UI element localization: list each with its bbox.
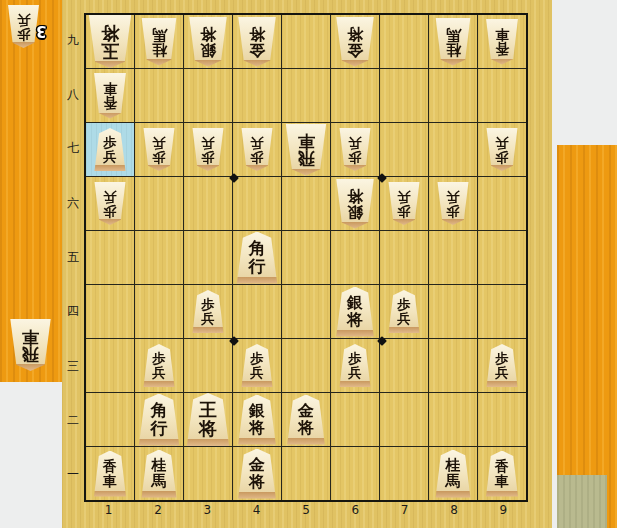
piece-bishop-bottom-player[interactable]: 角行 <box>236 232 279 284</box>
piece-pawn-bottom-player[interactable]: 歩兵 <box>339 344 372 387</box>
piece-kanji: 歩兵 <box>397 190 411 218</box>
square-7-九[interactable] <box>380 15 428 68</box>
piece-gold-bottom-player[interactable]: 金将 <box>237 449 277 499</box>
square-9-一[interactable]: 香車 <box>478 447 526 500</box>
square-4-七[interactable]: 歩兵 <box>233 123 281 176</box>
square-8-七[interactable] <box>429 123 477 176</box>
square-6-七[interactable]: 歩兵 <box>331 123 379 176</box>
piece-knight-bottom-player[interactable]: 桂馬 <box>141 450 178 498</box>
piece-kanji: 歩兵 <box>17 13 31 41</box>
square-1-九[interactable]: 玉将 <box>86 15 134 68</box>
rank-label: 三 <box>62 339 84 393</box>
komadai-top-player: 歩兵3飛車 <box>0 0 62 382</box>
square-1-一[interactable]: 香車 <box>86 447 134 500</box>
square-3-一[interactable] <box>184 447 232 500</box>
square-5-九[interactable] <box>282 15 330 68</box>
rank-label: 二 <box>62 393 84 447</box>
file-label: 2 <box>133 503 182 525</box>
square-5-二[interactable]: 金将 <box>282 393 330 446</box>
square-7-三[interactable] <box>380 339 428 392</box>
piece-pawn-bottom-player[interactable]: 歩兵 <box>241 344 274 387</box>
piece-kanji: 金将 <box>249 457 265 490</box>
square-8-六[interactable]: 歩兵 <box>429 177 477 230</box>
square-6-二[interactable] <box>331 393 379 446</box>
square-3-六[interactable] <box>184 177 232 230</box>
square-8-九[interactable]: 桂馬 <box>429 15 477 68</box>
square-2-六[interactable] <box>135 177 183 230</box>
file-label: 5 <box>281 503 330 525</box>
square-8-二[interactable] <box>429 393 477 446</box>
right-panel-bottom-square <box>557 475 607 528</box>
rank-label: 九 <box>62 13 84 67</box>
piece-kanji: 歩兵 <box>495 352 509 380</box>
square-4-八[interactable] <box>233 69 281 122</box>
square-2-五[interactable] <box>135 231 183 284</box>
square-8-五[interactable] <box>429 231 477 284</box>
square-9-二[interactable] <box>478 393 526 446</box>
square-6-八[interactable] <box>331 69 379 122</box>
square-7-七[interactable] <box>380 123 428 176</box>
square-4-九[interactable]: 金将 <box>233 15 281 68</box>
square-5-五[interactable] <box>282 231 330 284</box>
square-7-二[interactable] <box>380 393 428 446</box>
rank-label: 四 <box>62 285 84 339</box>
square-4-五[interactable]: 角行 <box>233 231 281 284</box>
square-3-三[interactable] <box>184 339 232 392</box>
piece-kanji: 飛車 <box>22 328 39 363</box>
piece-kanji: 角行 <box>249 240 266 275</box>
piece-pawn-top-player[interactable]: 歩兵 <box>94 182 127 225</box>
piece-kanji: 玉将 <box>101 23 119 60</box>
piece-rook-top-player-hand[interactable]: 飛車 <box>9 319 52 371</box>
rank-label: 八 <box>62 67 84 121</box>
square-4-一[interactable]: 金将 <box>233 447 281 500</box>
file-labels: 123456789 <box>84 503 528 525</box>
square-6-六[interactable]: 銀将 <box>331 177 379 230</box>
square-2-九[interactable]: 桂馬 <box>135 15 183 68</box>
square-9-六[interactable] <box>478 177 526 230</box>
piece-pawn-top-player[interactable]: 歩兵 <box>437 182 470 225</box>
square-3-二[interactable]: 王将 <box>184 393 232 446</box>
piece-pawn-top-player[interactable]: 歩兵 <box>192 128 225 171</box>
piece-bishop-bottom-player[interactable]: 角行 <box>138 394 181 446</box>
square-5-八[interactable] <box>282 69 330 122</box>
square-3-五[interactable] <box>184 231 232 284</box>
square-7-四[interactable]: 歩兵 <box>380 285 428 338</box>
piece-rook-top-player[interactable]: 飛車 <box>285 124 328 176</box>
square-5-七[interactable]: 飛車 <box>282 123 330 176</box>
piece-gold-bottom-player[interactable]: 金将 <box>286 395 326 445</box>
piece-silver-bottom-player[interactable]: 銀将 <box>237 395 277 445</box>
piece-kanji: 桂馬 <box>152 458 167 489</box>
square-4-六[interactable] <box>233 177 281 230</box>
piece-kanji: 銀将 <box>200 25 216 58</box>
square-4-二[interactable]: 銀将 <box>233 393 281 446</box>
board-panel: 九八七六五四三二一 玉将桂馬銀将金将金将桂馬香車香車歩兵歩兵歩兵歩兵飛車歩兵歩兵… <box>62 0 552 528</box>
square-3-八[interactable] <box>184 69 232 122</box>
piece-lance-top-player[interactable]: 香車 <box>485 19 519 65</box>
piece-king-bottom-player[interactable]: 王将 <box>186 393 231 446</box>
piece-kanji: 歩兵 <box>152 136 166 164</box>
piece-kanji: 歩兵 <box>250 136 264 164</box>
square-6-五[interactable] <box>331 231 379 284</box>
file-label: 7 <box>380 503 429 525</box>
piece-kanji: 香車 <box>495 459 509 488</box>
square-7-六[interactable]: 歩兵 <box>380 177 428 230</box>
square-5-三[interactable] <box>282 339 330 392</box>
piece-kanji: 香車 <box>103 459 117 488</box>
captured-piece-count: 3 <box>36 22 46 40</box>
piece-pawn-bottom-player[interactable]: 歩兵 <box>486 344 519 387</box>
rank-label: 六 <box>62 176 84 230</box>
square-1-八[interactable]: 香車 <box>86 69 134 122</box>
square-9-三[interactable]: 歩兵 <box>478 339 526 392</box>
square-9-五[interactable] <box>478 231 526 284</box>
piece-kanji: 歩兵 <box>446 190 460 218</box>
shogi-app: 歩兵3飛車 九八七六五四三二一 玉将桂馬銀将金将金将桂馬香車香車歩兵歩兵歩兵歩兵… <box>0 0 617 528</box>
square-6-一[interactable] <box>331 447 379 500</box>
square-2-四[interactable] <box>135 285 183 338</box>
square-3-七[interactable]: 歩兵 <box>184 123 232 176</box>
square-2-八[interactable] <box>135 69 183 122</box>
piece-kanji: 歩兵 <box>348 352 362 380</box>
piece-gold-top-player[interactable]: 金将 <box>335 17 375 67</box>
piece-kanji: 歩兵 <box>103 190 117 218</box>
piece-kanji: 香車 <box>103 81 117 110</box>
rank-label: 七 <box>62 122 84 176</box>
square-9-七[interactable]: 歩兵 <box>478 123 526 176</box>
square-2-三[interactable]: 歩兵 <box>135 339 183 392</box>
square-6-九[interactable]: 金将 <box>331 15 379 68</box>
piece-pawn-bottom-player[interactable]: 歩兵 <box>388 290 421 333</box>
piece-kanji: 歩兵 <box>397 298 411 326</box>
piece-pawn-top-player[interactable]: 歩兵 <box>339 128 372 171</box>
piece-kanji: 歩兵 <box>103 136 117 164</box>
square-2-一[interactable]: 桂馬 <box>135 447 183 500</box>
piece-pawn-top-player[interactable]: 歩兵 <box>241 128 274 171</box>
piece-lance-bottom-player[interactable]: 香車 <box>485 451 519 497</box>
piece-kanji: 歩兵 <box>495 136 509 164</box>
square-3-四[interactable]: 歩兵 <box>184 285 232 338</box>
piece-kanji: 銀将 <box>249 403 265 436</box>
file-label: 3 <box>183 503 232 525</box>
square-7-五[interactable] <box>380 231 428 284</box>
piece-kanji: 銀将 <box>347 187 363 220</box>
komadai-bottom-player <box>557 145 617 528</box>
piece-kanji: 金将 <box>298 403 314 436</box>
piece-pawn-top-player[interactable]: 歩兵 <box>388 182 421 225</box>
square-6-三[interactable]: 歩兵 <box>331 339 379 392</box>
square-5-一[interactable] <box>282 447 330 500</box>
square-9-八[interactable] <box>478 69 526 122</box>
square-2-二[interactable]: 角行 <box>135 393 183 446</box>
square-8-八[interactable] <box>429 69 477 122</box>
square-1-三[interactable] <box>86 339 134 392</box>
piece-kanji: 桂馬 <box>446 458 461 489</box>
piece-pawn-bottom-player[interactable]: 歩兵 <box>143 344 176 387</box>
piece-lance-bottom-player[interactable]: 香車 <box>93 451 127 497</box>
piece-silver-bottom-player[interactable]: 銀将 <box>335 287 375 337</box>
square-5-六[interactable] <box>282 177 330 230</box>
piece-kanji: 歩兵 <box>348 136 362 164</box>
square-1-六[interactable]: 歩兵 <box>86 177 134 230</box>
piece-kanji: 飛車 <box>298 132 315 167</box>
piece-pawn-top-player[interactable]: 歩兵 <box>143 128 176 171</box>
rank-label: 五 <box>62 230 84 284</box>
piece-kanji: 桂馬 <box>446 26 461 57</box>
piece-kanji: 歩兵 <box>152 352 166 380</box>
square-4-三[interactable]: 歩兵 <box>233 339 281 392</box>
piece-pawn-bottom-player[interactable]: 歩兵 <box>94 128 127 171</box>
board-frame: 玉将桂馬銀将金将金将桂馬香車香車歩兵歩兵歩兵歩兵飛車歩兵歩兵歩兵銀将歩兵歩兵角行… <box>84 13 528 502</box>
square-1-四[interactable] <box>86 285 134 338</box>
square-5-四[interactable] <box>282 285 330 338</box>
piece-kanji: 桂馬 <box>152 26 167 57</box>
rank-label: 一 <box>62 448 84 502</box>
piece-kanji: 金将 <box>249 25 265 58</box>
file-label: 9 <box>479 503 528 525</box>
piece-lance-top-player[interactable]: 香車 <box>93 73 127 119</box>
piece-knight-top-player[interactable]: 桂馬 <box>141 18 178 66</box>
piece-silver-top-player[interactable]: 銀将 <box>188 17 228 67</box>
square-3-九[interactable]: 銀将 <box>184 15 232 68</box>
piece-knight-top-player[interactable]: 桂馬 <box>435 18 472 66</box>
piece-kanji: 角行 <box>151 402 168 437</box>
square-1-七[interactable]: 歩兵 <box>86 123 134 176</box>
piece-gold-top-player[interactable]: 金将 <box>237 17 277 67</box>
square-1-二[interactable] <box>86 393 134 446</box>
piece-pawn-bottom-player[interactable]: 歩兵 <box>192 290 225 333</box>
file-label: 6 <box>331 503 380 525</box>
file-label: 4 <box>232 503 281 525</box>
piece-kanji: 歩兵 <box>250 352 264 380</box>
file-label: 8 <box>429 503 478 525</box>
file-label: 1 <box>84 503 133 525</box>
square-8-四[interactable] <box>429 285 477 338</box>
square-7-一[interactable] <box>380 447 428 500</box>
piece-kanji: 歩兵 <box>201 298 215 326</box>
piece-knight-bottom-player[interactable]: 桂馬 <box>435 450 472 498</box>
square-4-四[interactable] <box>233 285 281 338</box>
square-8-三[interactable] <box>429 339 477 392</box>
square-9-九[interactable]: 香車 <box>478 15 526 68</box>
piece-kanji: 香車 <box>495 27 509 56</box>
rank-labels: 九八七六五四三二一 <box>62 13 84 502</box>
shogi-board: 玉将桂馬銀将金将金将桂馬香車香車歩兵歩兵歩兵歩兵飛車歩兵歩兵歩兵銀将歩兵歩兵角行… <box>86 15 526 500</box>
piece-kanji: 銀将 <box>347 295 363 328</box>
piece-pawn-top-player[interactable]: 歩兵 <box>486 128 519 171</box>
square-6-四[interactable]: 銀将 <box>331 285 379 338</box>
square-1-五[interactable] <box>86 231 134 284</box>
piece-silver-top-player[interactable]: 銀将 <box>335 179 375 229</box>
piece-kanji: 王将 <box>199 401 217 438</box>
square-9-四[interactable] <box>478 285 526 338</box>
piece-kanji: 金将 <box>347 25 363 58</box>
square-8-一[interactable]: 桂馬 <box>429 447 477 500</box>
piece-kanji: 歩兵 <box>201 136 215 164</box>
square-2-七[interactable]: 歩兵 <box>135 123 183 176</box>
square-7-八[interactable] <box>380 69 428 122</box>
piece-king-jeweled-top-player[interactable]: 玉将 <box>88 15 133 68</box>
